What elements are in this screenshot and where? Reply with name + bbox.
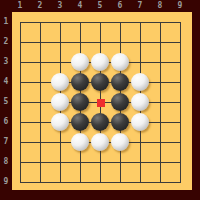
row-label: 1: [1, 18, 11, 26]
white-stone[interactable]: [91, 133, 109, 151]
column-label: 3: [55, 2, 65, 10]
black-stone[interactable]: [91, 73, 109, 91]
row-label: 3: [1, 58, 11, 66]
grid-line: [160, 22, 161, 183]
white-stone[interactable]: [111, 53, 129, 71]
row-label: 6: [1, 118, 11, 126]
white-stone[interactable]: [111, 133, 129, 151]
white-stone[interactable]: [131, 73, 149, 91]
black-stone[interactable]: [71, 93, 89, 111]
row-label: 4: [1, 78, 11, 86]
row-label: 2: [1, 38, 11, 46]
red-square-marker: [97, 99, 105, 107]
white-stone[interactable]: [51, 93, 69, 111]
black-stone[interactable]: [71, 73, 89, 91]
black-stone[interactable]: [111, 73, 129, 91]
white-stone[interactable]: [71, 133, 89, 151]
column-label: 2: [35, 2, 45, 10]
black-stone[interactable]: [91, 113, 109, 131]
column-label: 6: [115, 2, 125, 10]
row-label: 8: [1, 158, 11, 166]
column-label: 4: [75, 2, 85, 10]
black-stone[interactable]: [111, 93, 129, 111]
grid-line: [20, 182, 181, 183]
grid-line: [180, 22, 181, 183]
white-stone[interactable]: [91, 53, 109, 71]
white-stone[interactable]: [131, 113, 149, 131]
white-stone[interactable]: [131, 93, 149, 111]
column-label: 5: [95, 2, 105, 10]
white-stone[interactable]: [51, 113, 69, 131]
row-label: 9: [1, 178, 11, 186]
go-board[interactable]: [12, 12, 192, 190]
white-stone[interactable]: [71, 53, 89, 71]
column-label: 1: [15, 2, 25, 10]
grid-line: [20, 162, 181, 163]
black-stone[interactable]: [71, 113, 89, 131]
column-label: 9: [175, 2, 185, 10]
black-stone[interactable]: [111, 113, 129, 131]
column-label: 8: [155, 2, 165, 10]
go-board-frame: 123456789 123456789: [0, 0, 200, 200]
column-label: 7: [135, 2, 145, 10]
row-label: 5: [1, 98, 11, 106]
white-stone[interactable]: [51, 73, 69, 91]
row-label: 7: [1, 138, 11, 146]
